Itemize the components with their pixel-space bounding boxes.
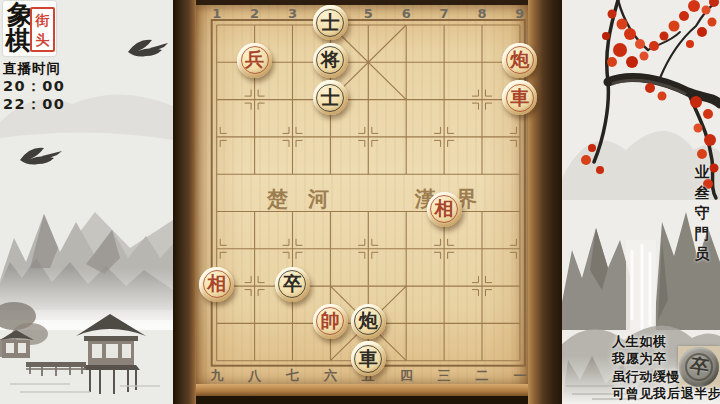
piece-ring: [241, 46, 269, 74]
board-cell: 炮: [349, 305, 387, 342]
poem-line: 人生如棋: [612, 333, 720, 350]
poem-line: 可曾见我后退半步: [612, 385, 720, 402]
piece-ring: [506, 46, 534, 74]
username-char: 門: [692, 224, 712, 245]
poem-text: 人生如棋我愿为卒虽行动缓慢可曾见我后退半步: [612, 333, 720, 403]
board-frame-bottom: [196, 396, 528, 404]
left-panel: 象 棋 街 头 直播时间 20：0022：00: [0, 0, 173, 404]
poem-line: 我愿为卒: [612, 350, 720, 367]
board-cell: 卒: [274, 267, 312, 304]
poem-line: 虽行动缓慢: [612, 368, 720, 385]
piece-ring: [316, 9, 344, 37]
board-cell: 車: [501, 81, 539, 118]
seal-char-tou: 头: [32, 30, 53, 50]
piece-ring: [354, 345, 382, 373]
seal-char-jie: 街: [32, 10, 53, 30]
board-frame-bevel: [196, 384, 528, 396]
piece-red[interactable]: 帥: [313, 304, 348, 339]
board-cell: 相: [425, 193, 463, 230]
piece-black[interactable]: 士: [313, 5, 348, 40]
board-frame-left: [173, 0, 196, 404]
piece-black[interactable]: 士: [313, 80, 348, 115]
piece-ring: [316, 46, 344, 74]
piece-red[interactable]: 車: [502, 80, 537, 115]
xiangqi-board[interactable]: 楚河 漢界 123456789九八七六五四三二一 士兵将炮士車相相卒帥炮車: [173, 0, 562, 404]
screen: 象 棋 街 头 直播时间 20：0022：00 楚河 漢界 123456789九…: [0, 0, 720, 404]
pieces-grid[interactable]: 士兵将炮士車相相卒帥炮車: [198, 6, 539, 379]
piece-ring: [430, 195, 458, 223]
schedule-time: 20：00: [3, 78, 65, 96]
logo-red-seal: 街 头: [30, 7, 55, 52]
piece-ring: [203, 270, 231, 298]
board-cell: 相: [198, 267, 236, 304]
piece-black[interactable]: 車: [351, 341, 386, 376]
username-char: 守: [692, 203, 712, 224]
piece-ring: [316, 307, 344, 335]
livestream-schedule-title: 直播时间: [3, 60, 61, 78]
piece-black[interactable]: 炮: [351, 304, 386, 339]
username-char: 叁: [692, 183, 712, 204]
piece-red[interactable]: 相: [427, 192, 462, 227]
username-char: 业: [692, 162, 712, 183]
board-cell: 士: [311, 81, 349, 118]
piece-ring: [354, 307, 382, 335]
board-cell: 将: [311, 44, 349, 81]
logo-char-qi: 棋: [5, 28, 30, 53]
vertical-username: 业叁守門员: [692, 162, 712, 265]
piece-red[interactable]: 相: [199, 267, 234, 302]
board-cell: 士: [311, 6, 349, 43]
board-cell: 炮: [501, 44, 539, 81]
channel-logo: 象 棋 街 头: [3, 1, 56, 56]
right-panel: 业叁守門员 卒 人生如棋我愿为卒虽行动缓慢可曾见我后退半步: [562, 0, 720, 404]
piece-ring: [316, 84, 344, 112]
schedule-time: 22：00: [3, 96, 65, 114]
board-cell: 車: [349, 342, 387, 379]
piece-black[interactable]: 卒: [275, 267, 310, 302]
piece-black[interactable]: 将: [313, 43, 348, 78]
board-cell: 帥: [311, 305, 349, 342]
piece-red[interactable]: 炮: [502, 43, 537, 78]
piece-ring: [506, 84, 534, 112]
board-cell: 兵: [236, 44, 274, 81]
piece-ring: [278, 270, 306, 298]
livestream-times: 20：0022：00: [3, 78, 65, 113]
username-char: 员: [692, 244, 712, 265]
piece-red[interactable]: 兵: [237, 43, 272, 78]
